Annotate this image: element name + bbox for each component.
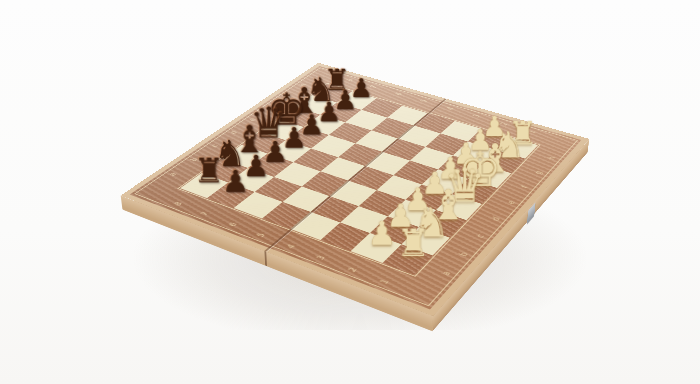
piece-white-pawn: ♟ [367,217,396,250]
piece-white-rook: ♜ [397,224,431,262]
coordinate-label: 8 [173,201,184,207]
product-photo: abcdefgh abcdefgh 87654321 87654321 ♜♞♝♛… [0,0,700,384]
coordinate-label: 4 [285,243,297,249]
coordinate-label: 7 [200,211,211,217]
piece-black-rook: ♜ [194,153,225,187]
coordinate-label: 2 [347,266,359,273]
scene: abcdefgh abcdefgh 87654321 87654321 ♜♞♝♛… [0,0,700,384]
coordinate-label: 6 [227,222,239,228]
piece-black-pawn: ♟ [222,167,249,197]
coordinate-label: 3 [315,255,327,262]
fold-seam-side [264,251,267,266]
